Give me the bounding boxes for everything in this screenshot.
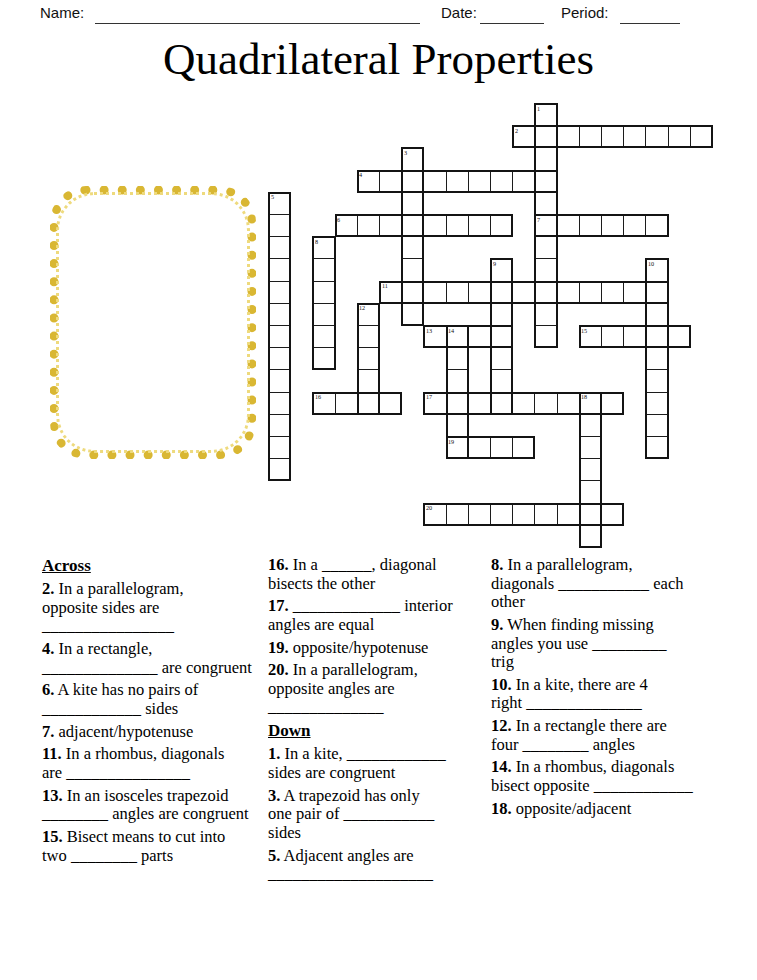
clue-9-down: 9. When finding missingangles you use __… (491, 616, 719, 672)
clue-2-across: 2. In a parallelogram,opposite sides are… (42, 580, 266, 636)
grid-cell-r2c6[interactable] (401, 147, 424, 170)
grid-cell-r9c10[interactable] (490, 303, 513, 326)
grid-cell-r5c5[interactable] (379, 214, 402, 237)
grid-cell-r8c16[interactable] (623, 281, 646, 304)
grid-cell-r10c17[interactable] (645, 325, 668, 348)
grid-cell-r5c0[interactable] (268, 214, 291, 237)
clue-number-label-2: 2. (42, 579, 54, 598)
grid-cell-r5c3[interactable] (335, 214, 358, 237)
grid-cell-r8c13[interactable] (557, 281, 580, 304)
grid-cell-r13c13[interactable] (557, 392, 580, 415)
grid-cell-r18c10[interactable] (490, 503, 513, 526)
grid-cell-r11c0[interactable] (268, 347, 291, 370)
grid-cell-r15c0[interactable] (268, 436, 291, 459)
grid-cell-r5c8[interactable] (446, 214, 469, 237)
clue-number-label-16: 16. (268, 555, 289, 574)
grid-cell-r9c2[interactable] (312, 303, 335, 326)
grid-cell-r13c5[interactable] (379, 392, 402, 415)
grid-cell-r10c4[interactable] (357, 325, 380, 348)
grid-cell-r10c9[interactable] (468, 325, 491, 348)
clue-8-down: 8. In a parallelogram,diagonals ________… (491, 556, 719, 612)
grid-cell-r15c17[interactable] (645, 436, 668, 459)
grid-cell-r10c15[interactable] (601, 325, 624, 348)
grid-cell-r12c0[interactable] (268, 369, 291, 392)
clue-number-label-6: 6. (42, 680, 54, 699)
grid-cell-r13c9[interactable] (468, 392, 491, 415)
grid-cell-r1c19[interactable] (690, 125, 713, 148)
grid-cell-r8c17[interactable] (645, 281, 668, 304)
clue-1-down: 1. In a kite, ____________sides are cong… (268, 745, 488, 782)
grid-cell-r9c4[interactable] (357, 303, 380, 326)
clue-number-label-3: 3. (268, 786, 280, 805)
grid-cell-r13c0[interactable] (268, 392, 291, 415)
grid-cell-r11c8[interactable] (446, 347, 469, 370)
grid-cell-r12c17[interactable] (645, 369, 668, 392)
grid-cell-r13c12[interactable] (534, 392, 557, 415)
grid-cell-r2c12[interactable] (534, 147, 557, 170)
grid-cell-r3c6[interactable] (401, 170, 424, 193)
grid-cell-r11c2[interactable] (312, 347, 335, 370)
grid-cell-r1c17[interactable] (645, 125, 668, 148)
grid-cell-r5c4[interactable] (357, 214, 380, 237)
clue-number-label-18: 18. (491, 799, 512, 818)
grid-cell-r16c14[interactable] (579, 458, 602, 481)
clue-6-across: 6. A kite has no pairs of____________ si… (42, 681, 266, 718)
clue-number-label-5: 5. (268, 846, 280, 865)
worksheet-page: { "game": "crossword", "title": "Quadril… (0, 0, 757, 980)
grid-cell-r18c9[interactable] (468, 503, 491, 526)
grid-cell-r15c14[interactable] (579, 436, 602, 459)
grid-cell-r10c14[interactable] (579, 325, 602, 348)
grid-cell-r1c12[interactable] (534, 125, 557, 148)
clue-14-down: 14. In a rhombus, diagonalsbisect opposi… (491, 758, 719, 795)
grid-cell-r18c8[interactable] (446, 503, 469, 526)
grid-cell-r3c5[interactable] (379, 170, 402, 193)
grid-cell-r15c9[interactable] (468, 436, 491, 459)
grid-cell-r1c16[interactable] (623, 125, 646, 148)
clue-11-across: 11. In a rhombus, diagonalsare _________… (42, 745, 266, 782)
clue-10-down: 10. In a kite, there are 4right ________… (491, 676, 719, 713)
grid-cell-r13c7[interactable] (423, 392, 446, 415)
grid-cell-r5c16[interactable] (623, 214, 646, 237)
grid-cell-r3c12[interactable] (534, 170, 557, 193)
grid-cell-r7c17[interactable] (645, 258, 668, 281)
grid-cell-r4c12[interactable] (534, 192, 557, 215)
grid-cell-r15c8[interactable] (446, 436, 469, 459)
grid-cell-r6c12[interactable] (534, 236, 557, 259)
clue-16-across: 16. In a ______, diagonalbisects the oth… (268, 556, 488, 593)
grid-cell-r8c8[interactable] (446, 281, 469, 304)
grid-cell-r14c17[interactable] (645, 414, 668, 437)
grid-cell-r9c0[interactable] (268, 303, 291, 326)
clue-20-across: 20. In a parallelogram,opposite angles a… (268, 661, 488, 717)
grid-cell-r9c6[interactable] (401, 303, 424, 326)
clue-number-label-12: 12. (491, 716, 512, 735)
date-blank-line (480, 23, 544, 24)
grid-cell-r10c7[interactable] (423, 325, 446, 348)
grid-cell-r8c0[interactable] (268, 281, 291, 304)
grid-cell-r13c14[interactable] (579, 392, 602, 415)
clue-number-label-11: 11. (42, 744, 62, 763)
grid-cell-r1c14[interactable] (579, 125, 602, 148)
grid-cell-r17c14[interactable] (579, 480, 602, 503)
grid-cell-r7c2[interactable] (312, 258, 335, 281)
clue-12-down: 12. In a rectangle there arefour _______… (491, 717, 719, 754)
grid-cell-r13c17[interactable] (645, 392, 668, 415)
grid-cell-r13c11[interactable] (512, 392, 535, 415)
grid-cell-r12c8[interactable] (446, 369, 469, 392)
grid-cell-r5c13[interactable] (557, 214, 580, 237)
grid-cell-r18c15[interactable] (601, 503, 624, 526)
grid-cell-r8c5[interactable] (379, 281, 402, 304)
grid-cell-r10c16[interactable] (623, 325, 646, 348)
grid-cell-r13c15[interactable] (601, 392, 624, 415)
period-blank-line (620, 23, 680, 24)
grid-cell-r7c12[interactable] (534, 258, 557, 281)
grid-cell-r7c6[interactable] (401, 258, 424, 281)
grid-cell-r7c10[interactable] (490, 258, 513, 281)
grid-cell-r11c10[interactable] (490, 347, 513, 370)
grid-cell-r14c0[interactable] (268, 414, 291, 437)
grid-cell-r0c12[interactable] (534, 103, 557, 126)
grid-cell-r8c11[interactable] (512, 281, 535, 304)
clue-number-label-17: 17. (268, 596, 289, 615)
grid-cell-r14c14[interactable] (579, 414, 602, 437)
grid-cell-r18c7[interactable] (423, 503, 446, 526)
grid-cell-r3c10[interactable] (490, 170, 513, 193)
grid-cell-r18c11[interactable] (512, 503, 535, 526)
grid-cell-r3c9[interactable] (468, 170, 491, 193)
grid-cell-r3c11[interactable] (512, 170, 535, 193)
grid-cell-r10c2[interactable] (312, 325, 335, 348)
grid-cell-r5c6[interactable] (401, 214, 424, 237)
grid-cell-r8c15[interactable] (601, 281, 624, 304)
clue-number-label-9: 9. (491, 615, 503, 634)
grid-cell-r4c6[interactable] (401, 192, 424, 215)
clue-number-label-15: 15. (42, 827, 63, 846)
grid-cell-r3c7[interactable] (423, 170, 446, 193)
gold-diamond-frame (50, 186, 256, 459)
grid-cell-r5c12[interactable] (534, 214, 557, 237)
grid-cell-r4c0[interactable] (268, 192, 291, 215)
grid-cell-r5c9[interactable] (468, 214, 491, 237)
grid-cell-r1c13[interactable] (557, 125, 580, 148)
grid-cell-r8c7[interactable] (423, 281, 446, 304)
grid-cell-r18c13[interactable] (557, 503, 580, 526)
date-label: Date: (441, 4, 477, 21)
clue-15-across: 15. Bisect means to cut intotwo ________… (42, 828, 266, 865)
grid-cell-r10c8[interactable] (446, 325, 469, 348)
grid-cell-r1c18[interactable] (668, 125, 691, 148)
clue-number-label-14: 14. (491, 757, 512, 776)
grid-cell-r13c3[interactable] (335, 392, 358, 415)
clue-4-across: 4. In a rectangle,______________ are con… (42, 640, 266, 677)
grid-cell-r16c0[interactable] (268, 458, 291, 481)
clue-7-across: 7. adjacent/hypotenuse (42, 723, 266, 742)
page-title: Quadrilateral Properties (0, 33, 757, 85)
grid-cell-r10c10[interactable] (490, 325, 513, 348)
grid-cell-r7c0[interactable] (268, 258, 291, 281)
grid-cell-r1c15[interactable] (601, 125, 624, 148)
clue-column-2: 16. In a ______, diagonalbisects the oth… (268, 556, 488, 888)
grid-cell-r13c8[interactable] (446, 392, 469, 415)
grid-cell-r9c12[interactable] (534, 303, 557, 326)
grid-cell-r11c17[interactable] (645, 347, 668, 370)
clue-number-label-7: 7. (42, 722, 54, 741)
clue-number-label-1: 1. (268, 744, 280, 763)
grid-cell-r1c11[interactable] (512, 125, 535, 148)
grid-cell-r18c14[interactable] (579, 503, 602, 526)
grid-cell-r8c2[interactable] (312, 281, 335, 304)
clue-3-down: 3. A trapezoid has onlyone pair of _____… (268, 787, 488, 843)
grid-cell-r13c2[interactable] (312, 392, 335, 415)
grid-cell-r8c10[interactable] (490, 281, 513, 304)
grid-cell-r6c6[interactable] (401, 236, 424, 259)
clue-13-across: 13. In an isosceles trapezoid________ an… (42, 787, 266, 824)
grid-cell-r12c10[interactable] (490, 369, 513, 392)
grid-cell-r6c2[interactable] (312, 236, 335, 259)
crossword-grid: 1234567891011121314151617181920 (268, 103, 714, 549)
grid-cell-r9c17[interactable] (645, 303, 668, 326)
clue-17-across: 17. _____________ interiorangles are equ… (268, 597, 488, 634)
grid-cell-r5c14[interactable] (579, 214, 602, 237)
clue-19-across: 19. opposite/hypotenuse (268, 639, 488, 658)
grid-cell-r10c0[interactable] (268, 325, 291, 348)
grid-cell-r19c14[interactable] (579, 525, 602, 548)
period-label: Period: (561, 4, 609, 21)
clue-column-1: Across2. In a parallelogram,opposite sid… (42, 556, 266, 869)
grid-cell-r5c17[interactable] (645, 214, 668, 237)
grid-cell-r12c4[interactable] (357, 369, 380, 392)
grid-cell-r13c4[interactable] (357, 392, 380, 415)
clue-number-label-4: 4. (42, 639, 54, 658)
grid-cell-r3c4[interactable] (357, 170, 380, 193)
clue-heading-down: Down (268, 721, 488, 740)
grid-cell-r11c4[interactable] (357, 347, 380, 370)
clue-5-down: 5. Adjacent angles are__________________… (268, 847, 488, 884)
grid-cell-r10c18[interactable] (668, 325, 691, 348)
grid-cell-r13c10[interactable] (490, 392, 513, 415)
grid-cell-r3c8[interactable] (446, 170, 469, 193)
clue-column-3: 8. In a parallelogram,diagonals ________… (491, 556, 719, 822)
name-blank-line (95, 23, 420, 24)
clue-heading-across: Across (42, 556, 266, 575)
clue-number-label-8: 8. (491, 555, 503, 574)
clue-number-label-10: 10. (491, 675, 512, 694)
grid-cell-r5c7[interactable] (423, 214, 446, 237)
grid-cell-r10c12[interactable] (534, 325, 557, 348)
grid-cell-r15c11[interactable] (512, 436, 535, 459)
grid-cell-r6c0[interactable] (268, 236, 291, 259)
clue-number-label-20: 20. (268, 660, 289, 679)
grid-cell-r8c14[interactable] (579, 281, 602, 304)
grid-cell-r15c10[interactable] (490, 436, 513, 459)
grid-cell-r8c6[interactable] (401, 281, 424, 304)
grid-cell-r8c12[interactable] (534, 281, 557, 304)
grid-cell-r5c10[interactable] (490, 214, 513, 237)
grid-cell-r14c8[interactable] (446, 414, 469, 437)
grid-cell-r18c12[interactable] (534, 503, 557, 526)
clue-number-label-19: 19. (268, 638, 289, 657)
grid-cell-r5c15[interactable] (601, 214, 624, 237)
clue-number-label-13: 13. (42, 786, 63, 805)
name-label: Name: (40, 4, 84, 21)
grid-cell-r8c9[interactable] (468, 281, 491, 304)
clue-18-down: 18. opposite/adjacent (491, 800, 719, 819)
